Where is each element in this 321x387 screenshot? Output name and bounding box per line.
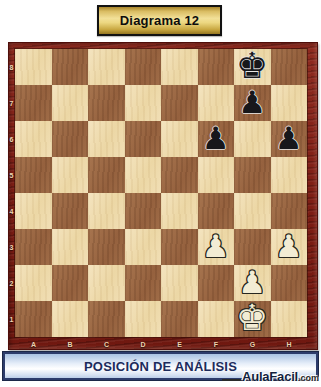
- square-e8: [161, 49, 198, 85]
- brand-tld: .com: [298, 373, 319, 383]
- square-a4: [15, 193, 52, 229]
- diagram-page: Diagrama 12 ♚♟♟♟♟♟♟♚ 87654321 ABCDEFGH P…: [0, 0, 321, 387]
- square-f4: [198, 193, 235, 229]
- square-h4: [271, 193, 308, 229]
- square-c8: [88, 49, 125, 85]
- square-d7: [125, 85, 162, 121]
- square-c3: [88, 229, 125, 265]
- square-e4: [161, 193, 198, 229]
- white-pawn-icon: ♟: [198, 228, 235, 264]
- square-b8: [52, 49, 89, 85]
- square-d5: [125, 157, 162, 193]
- square-b5: [52, 157, 89, 193]
- file-label-f: F: [198, 339, 235, 349]
- square-c1: [88, 301, 125, 337]
- square-c7: [88, 85, 125, 121]
- white-pawn-icon: ♟: [271, 228, 308, 264]
- file-label-b: B: [52, 339, 89, 349]
- chess-board-frame: ♚♟♟♟♟♟♟♚ 87654321 ABCDEFGH: [8, 42, 318, 350]
- file-label-g: G: [234, 339, 271, 349]
- square-g4: [234, 193, 271, 229]
- square-h7: [271, 85, 308, 121]
- square-g3: [234, 229, 271, 265]
- rank-label-5: 5: [8, 157, 15, 193]
- square-e7: [161, 85, 198, 121]
- rank-label-4: 4: [8, 193, 15, 229]
- square-h5: [271, 157, 308, 193]
- file-label-e: E: [161, 339, 198, 349]
- square-c5: [88, 157, 125, 193]
- square-c4: [88, 193, 125, 229]
- square-e2: [161, 265, 198, 301]
- square-g8: ♚: [234, 49, 271, 85]
- square-b7: [52, 85, 89, 121]
- square-e3: [161, 229, 198, 265]
- file-label-d: D: [125, 339, 162, 349]
- square-a7: [15, 85, 52, 121]
- square-e6: [161, 121, 198, 157]
- rank-label-1: 1: [8, 301, 15, 337]
- brand-name: AulaFacil: [242, 369, 298, 384]
- black-pawn-icon: ♟: [198, 120, 235, 156]
- square-d6: [125, 121, 162, 157]
- square-a2: [15, 265, 52, 301]
- square-g1: ♚: [234, 301, 271, 337]
- rank-label-7: 7: [8, 85, 15, 121]
- square-a5: [15, 157, 52, 193]
- square-d2: [125, 265, 162, 301]
- square-b2: [52, 265, 89, 301]
- black-king-icon: ♚: [234, 48, 271, 84]
- caption-text: POSICIÓN DE ANÁLISIS: [84, 359, 237, 374]
- rank-label-6: 6: [8, 121, 15, 157]
- square-b4: [52, 193, 89, 229]
- square-b1: [52, 301, 89, 337]
- diagram-title-box: Diagrama 12: [97, 5, 222, 36]
- black-pawn-icon: ♟: [234, 84, 271, 120]
- square-a1: [15, 301, 52, 337]
- white-pawn-icon: ♟: [234, 264, 271, 300]
- file-label-a: A: [15, 339, 52, 349]
- square-g5: [234, 157, 271, 193]
- square-a3: [15, 229, 52, 265]
- square-a6: [15, 121, 52, 157]
- square-g7: ♟: [234, 85, 271, 121]
- square-f1: [198, 301, 235, 337]
- square-f6: ♟: [198, 121, 235, 157]
- file-label-c: C: [88, 339, 125, 349]
- square-e1: [161, 301, 198, 337]
- square-b3: [52, 229, 89, 265]
- file-label-h: H: [271, 339, 308, 349]
- square-h3: ♟: [271, 229, 308, 265]
- square-b6: [52, 121, 89, 157]
- square-e5: [161, 157, 198, 193]
- square-h6: ♟: [271, 121, 308, 157]
- rank-label-3: 3: [8, 229, 15, 265]
- square-a8: [15, 49, 52, 85]
- square-h2: [271, 265, 308, 301]
- square-f3: ♟: [198, 229, 235, 265]
- square-c2: [88, 265, 125, 301]
- black-pawn-icon: ♟: [271, 120, 308, 156]
- chess-board: ♚♟♟♟♟♟♟♚: [15, 49, 307, 337]
- square-d4: [125, 193, 162, 229]
- square-g6: [234, 121, 271, 157]
- square-f5: [198, 157, 235, 193]
- square-f8: [198, 49, 235, 85]
- square-d1: [125, 301, 162, 337]
- square-d3: [125, 229, 162, 265]
- diagram-title: Diagrama 12: [120, 13, 200, 28]
- white-king-icon: ♚: [234, 300, 271, 336]
- brand-logo: AulaFacil .com: [222, 369, 319, 384]
- rank-label-2: 2: [8, 265, 15, 301]
- square-h8: [271, 49, 308, 85]
- rank-label-8: 8: [8, 49, 15, 85]
- brand-underline: [222, 379, 241, 381]
- square-f7: [198, 85, 235, 121]
- square-h1: [271, 301, 308, 337]
- square-g2: ♟: [234, 265, 271, 301]
- square-d8: [125, 49, 162, 85]
- square-f2: [198, 265, 235, 301]
- square-c6: [88, 121, 125, 157]
